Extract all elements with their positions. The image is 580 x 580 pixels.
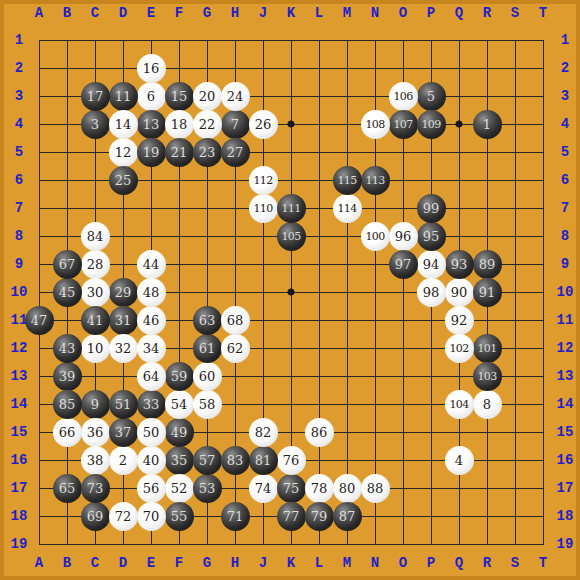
col-label-R: R — [473, 3, 501, 23]
move-number: 56 — [143, 482, 160, 495]
col-label-E: E — [137, 3, 165, 23]
stone-white-84-C8: 84 — [81, 222, 110, 251]
row-label-16: 16 — [552, 446, 578, 474]
move-number: 111 — [281, 203, 300, 214]
stone-black-81-J16: 81 — [249, 446, 278, 475]
stone-white-100-N8: 100 — [361, 222, 390, 251]
move-number: 115 — [337, 175, 356, 186]
move-number: 54 — [171, 398, 188, 411]
col-label-P: P — [417, 3, 445, 23]
stone-black-113-N6: 113 — [361, 166, 390, 195]
row-label-12: 12 — [552, 334, 578, 362]
move-number: 88 — [367, 482, 384, 495]
move-number: 30 — [87, 286, 104, 299]
row-label-17: 17 — [6, 474, 32, 502]
move-number: 12 — [115, 146, 132, 159]
stone-black-13-E4: 13 — [137, 110, 166, 139]
stone-white-24-H3: 24 — [221, 82, 250, 111]
move-number: 90 — [451, 286, 468, 299]
stone-white-110-J7: 110 — [249, 194, 278, 223]
move-number: 48 — [143, 286, 160, 299]
stone-white-6-E3: 6 — [137, 82, 166, 111]
row-label-14: 14 — [6, 390, 32, 418]
stone-black-99-P7: 99 — [417, 194, 446, 223]
stone-black-53-G17: 53 — [193, 474, 222, 503]
move-number: 84 — [87, 230, 104, 243]
row-label-9: 9 — [6, 250, 32, 278]
move-number: 64 — [143, 370, 160, 383]
col-label-B: B — [53, 552, 81, 574]
move-number: 82 — [255, 426, 272, 439]
move-number: 17 — [87, 90, 104, 103]
stone-white-68-H11: 68 — [221, 306, 250, 335]
col-label-S: S — [501, 552, 529, 574]
stone-white-44-E9: 44 — [137, 250, 166, 279]
stone-white-74-J17: 74 — [249, 474, 278, 503]
move-number: 107 — [393, 119, 412, 130]
move-number: 51 — [115, 398, 132, 411]
stone-white-88-N17: 88 — [361, 474, 390, 503]
col-label-H: H — [221, 552, 249, 574]
row-label-8: 8 — [552, 222, 578, 250]
left-coordinate-labels: 12345678910111213141516171819 — [6, 26, 32, 558]
row-label-19: 19 — [6, 530, 32, 558]
row-label-10: 10 — [6, 278, 32, 306]
stone-black-97-O9: 97 — [389, 250, 418, 279]
stone-black-43-B12: 43 — [53, 334, 82, 363]
row-label-3: 3 — [552, 82, 578, 110]
row-label-1: 1 — [6, 26, 32, 54]
stone-white-72-D18: 72 — [109, 502, 138, 531]
move-number: 37 — [115, 426, 132, 439]
stone-black-107-O4: 107 — [389, 110, 418, 139]
stone-white-80-M17: 80 — [333, 474, 362, 503]
move-number: 70 — [143, 510, 160, 523]
move-number: 92 — [451, 314, 468, 327]
move-number: 52 — [171, 482, 188, 495]
stone-white-40-E16: 40 — [137, 446, 166, 475]
row-label-16: 16 — [6, 446, 32, 474]
move-number: 35 — [171, 454, 188, 467]
move-number: 72 — [115, 510, 132, 523]
move-number: 97 — [395, 258, 412, 271]
stone-white-64-E13: 64 — [137, 362, 166, 391]
move-number: 46 — [143, 314, 160, 327]
stone-white-98-P10: 98 — [417, 278, 446, 307]
move-number: 66 — [59, 426, 76, 439]
col-label-D: D — [109, 3, 137, 23]
move-number: 10 — [87, 342, 104, 355]
move-number: 34 — [143, 342, 160, 355]
move-number: 20 — [199, 90, 216, 103]
bottom-coordinate-labels: ABCDEFGHJKLMNOPQRST — [25, 552, 557, 574]
stone-black-67-B9: 67 — [53, 250, 82, 279]
move-number: 39 — [59, 370, 76, 383]
stone-white-62-H12: 62 — [221, 334, 250, 363]
row-label-13: 13 — [6, 362, 32, 390]
move-number: 22 — [199, 118, 216, 131]
move-number: 80 — [339, 482, 356, 495]
move-number: 105 — [281, 231, 300, 242]
row-label-7: 7 — [552, 194, 578, 222]
move-number: 57 — [199, 454, 216, 467]
stone-white-76-K16: 76 — [277, 446, 306, 475]
stone-white-112-J6: 112 — [249, 166, 278, 195]
col-label-P: P — [417, 552, 445, 574]
move-number: 106 — [393, 91, 412, 102]
col-label-M: M — [333, 552, 361, 574]
stone-black-69-C18: 69 — [81, 502, 110, 531]
stone-black-21-F5: 21 — [165, 138, 194, 167]
col-label-E: E — [137, 552, 165, 574]
stone-white-92-Q11: 92 — [445, 306, 474, 335]
row-label-7: 7 — [6, 194, 32, 222]
stone-black-31-D11: 31 — [109, 306, 138, 335]
stone-black-101-R12: 101 — [473, 334, 502, 363]
stone-white-14-D4: 14 — [109, 110, 138, 139]
stone-black-103-R13: 103 — [473, 362, 502, 391]
row-label-14: 14 — [552, 390, 578, 418]
col-label-O: O — [389, 552, 417, 574]
move-number: 99 — [423, 202, 440, 215]
stone-black-95-P8: 95 — [417, 222, 446, 251]
move-number: 38 — [87, 454, 104, 467]
stone-white-36-C15: 36 — [81, 418, 110, 447]
stone-white-96-O8: 96 — [389, 222, 418, 251]
stone-white-86-L15: 86 — [305, 418, 334, 447]
stone-white-104-Q14: 104 — [445, 390, 474, 419]
stone-black-77-K18: 77 — [277, 502, 306, 531]
stone-black-27-H5: 27 — [221, 138, 250, 167]
move-number: 6 — [147, 90, 155, 103]
move-number: 44 — [143, 258, 160, 271]
move-number: 7 — [231, 118, 239, 131]
move-number: 50 — [143, 426, 160, 439]
col-label-Q: Q — [445, 552, 473, 574]
move-number: 96 — [395, 230, 412, 243]
row-label-10: 10 — [552, 278, 578, 306]
move-number: 45 — [59, 286, 76, 299]
stone-black-41-C11: 41 — [81, 306, 110, 335]
col-label-N: N — [361, 3, 389, 23]
stone-white-4-Q16: 4 — [445, 446, 474, 475]
stone-white-90-Q10: 90 — [445, 278, 474, 307]
move-number: 71 — [227, 510, 244, 523]
stone-black-25-D6: 25 — [109, 166, 138, 195]
row-label-15: 15 — [552, 418, 578, 446]
move-number: 58 — [199, 398, 216, 411]
row-label-12: 12 — [6, 334, 32, 362]
move-number: 100 — [365, 231, 384, 242]
move-number: 9 — [91, 398, 99, 411]
stone-white-30-C10: 30 — [81, 278, 110, 307]
col-label-K: K — [277, 552, 305, 574]
row-label-6: 6 — [6, 166, 32, 194]
stone-black-23-G5: 23 — [193, 138, 222, 167]
stone-white-70-E18: 70 — [137, 502, 166, 531]
move-number: 95 — [423, 230, 440, 243]
go-board-diagram: 1234567891011121314151617181920212223242… — [0, 0, 580, 580]
stone-white-8-R14: 8 — [473, 390, 502, 419]
stone-white-106-O3: 106 — [389, 82, 418, 111]
move-number: 26 — [255, 118, 272, 131]
right-coordinate-labels: 12345678910111213141516171819 — [552, 26, 578, 558]
stone-white-114-M7: 114 — [333, 194, 362, 223]
stone-white-22-G4: 22 — [193, 110, 222, 139]
stone-white-56-E17: 56 — [137, 474, 166, 503]
move-number: 14 — [115, 118, 132, 131]
stone-white-50-E15: 50 — [137, 418, 166, 447]
row-label-18: 18 — [552, 502, 578, 530]
stone-black-19-E5: 19 — [137, 138, 166, 167]
move-number: 110 — [253, 203, 272, 214]
row-label-8: 8 — [6, 222, 32, 250]
row-label-5: 5 — [6, 138, 32, 166]
move-number: 87 — [339, 510, 356, 523]
move-number: 89 — [479, 258, 496, 271]
row-label-11: 11 — [552, 306, 578, 334]
col-label-M: M — [333, 3, 361, 23]
stone-white-54-F14: 54 — [165, 390, 194, 419]
stone-white-20-G3: 20 — [193, 82, 222, 111]
stone-white-102-Q12: 102 — [445, 334, 474, 363]
col-label-C: C — [81, 552, 109, 574]
move-number: 103 — [477, 371, 496, 382]
move-number: 27 — [227, 146, 244, 159]
row-label-2: 2 — [552, 54, 578, 82]
stone-white-82-J15: 82 — [249, 418, 278, 447]
stone-black-3-C4: 3 — [81, 110, 110, 139]
stone-black-57-G16: 57 — [193, 446, 222, 475]
stone-black-1-R4: 1 — [473, 110, 502, 139]
move-number: 29 — [115, 286, 132, 299]
stone-white-48-E10: 48 — [137, 278, 166, 307]
move-number: 13 — [143, 118, 160, 131]
move-number: 41 — [87, 314, 104, 327]
stone-black-39-B13: 39 — [53, 362, 82, 391]
col-label-C: C — [81, 3, 109, 23]
row-label-18: 18 — [6, 502, 32, 530]
move-number: 108 — [365, 119, 384, 130]
move-number: 98 — [423, 286, 440, 299]
move-number: 63 — [199, 314, 216, 327]
stone-white-16-E2: 16 — [137, 54, 166, 83]
star-point-K10 — [277, 278, 305, 306]
stone-black-111-K7: 111 — [277, 194, 306, 223]
col-label-J: J — [249, 552, 277, 574]
top-coordinate-labels: ABCDEFGHJKLMNOPQRST — [25, 3, 557, 23]
move-number: 19 — [143, 146, 160, 159]
col-label-R: R — [473, 552, 501, 574]
stone-white-46-E11: 46 — [137, 306, 166, 335]
move-number: 91 — [479, 286, 496, 299]
stone-white-34-E12: 34 — [137, 334, 166, 363]
stone-black-15-F3: 15 — [165, 82, 194, 111]
move-number: 5 — [427, 90, 435, 103]
move-number: 75 — [283, 482, 300, 495]
stone-black-7-H4: 7 — [221, 110, 250, 139]
stone-white-10-C12: 10 — [81, 334, 110, 363]
move-number: 15 — [171, 90, 188, 103]
move-number: 85 — [59, 398, 76, 411]
move-number: 11 — [115, 90, 132, 103]
stone-white-28-C9: 28 — [81, 250, 110, 279]
move-number: 18 — [171, 118, 188, 131]
row-label-1: 1 — [552, 26, 578, 54]
move-number: 4 — [455, 454, 463, 467]
stone-black-49-F15: 49 — [165, 418, 194, 447]
stone-black-63-G11: 63 — [193, 306, 222, 335]
col-label-G: G — [193, 3, 221, 23]
row-label-9: 9 — [552, 250, 578, 278]
move-number: 16 — [143, 62, 160, 75]
stone-white-78-L17: 78 — [305, 474, 334, 503]
col-label-O: O — [389, 3, 417, 23]
move-number: 62 — [227, 342, 244, 355]
move-number: 47 — [31, 314, 48, 327]
stone-black-89-R9: 89 — [473, 250, 502, 279]
move-number: 28 — [87, 258, 104, 271]
col-label-Q: Q — [445, 3, 473, 23]
stone-black-91-R10: 91 — [473, 278, 502, 307]
move-number: 112 — [253, 175, 272, 186]
move-number: 86 — [311, 426, 328, 439]
move-number: 73 — [87, 482, 104, 495]
move-number: 53 — [199, 482, 216, 495]
col-label-L: L — [305, 3, 333, 23]
move-number: 77 — [283, 510, 300, 523]
move-number: 83 — [227, 454, 244, 467]
col-label-D: D — [109, 552, 137, 574]
stone-black-87-M18: 87 — [333, 502, 362, 531]
stone-black-37-D15: 37 — [109, 418, 138, 447]
stone-black-33-E14: 33 — [137, 390, 166, 419]
move-number: 93 — [451, 258, 468, 271]
col-label-J: J — [249, 3, 277, 23]
row-label-4: 4 — [552, 110, 578, 138]
move-number: 65 — [59, 482, 76, 495]
stone-white-52-F17: 52 — [165, 474, 194, 503]
move-number: 8 — [483, 398, 491, 411]
move-number: 81 — [255, 454, 272, 467]
stone-black-105-K8: 105 — [277, 222, 306, 251]
col-label-B: B — [53, 3, 81, 23]
stone-black-45-B10: 45 — [53, 278, 82, 307]
move-number: 32 — [115, 342, 132, 355]
move-number: 25 — [115, 174, 132, 187]
stone-black-79-L18: 79 — [305, 502, 334, 531]
move-number: 109 — [421, 119, 440, 130]
move-number: 74 — [255, 482, 272, 495]
stone-black-59-F13: 59 — [165, 362, 194, 391]
stone-black-65-B17: 65 — [53, 474, 82, 503]
move-number: 94 — [423, 258, 440, 271]
stone-black-5-P3: 5 — [417, 82, 446, 111]
move-number: 40 — [143, 454, 160, 467]
stone-white-66-B15: 66 — [53, 418, 82, 447]
stone-white-60-G13: 60 — [193, 362, 222, 391]
row-label-17: 17 — [552, 474, 578, 502]
star-point-Q4 — [445, 110, 473, 138]
stone-black-75-K17: 75 — [277, 474, 306, 503]
col-label-F: F — [165, 3, 193, 23]
col-label-T: T — [529, 3, 557, 23]
move-number: 24 — [227, 90, 244, 103]
stone-black-29-D10: 29 — [109, 278, 138, 307]
row-label-6: 6 — [552, 166, 578, 194]
stone-white-2-D16: 2 — [109, 446, 138, 475]
col-label-S: S — [501, 3, 529, 23]
move-number: 68 — [227, 314, 244, 327]
board-grid[interactable]: 1234567891011121314151617181920212223242… — [25, 26, 557, 558]
star-point-K4 — [277, 110, 305, 138]
stone-black-85-B14: 85 — [53, 390, 82, 419]
move-number: 59 — [171, 370, 188, 383]
move-number: 2 — [119, 454, 127, 467]
stone-white-12-D5: 12 — [109, 138, 138, 167]
stone-white-38-C16: 38 — [81, 446, 110, 475]
move-number: 21 — [171, 146, 188, 159]
move-number: 43 — [59, 342, 76, 355]
move-number: 113 — [365, 175, 384, 186]
move-number: 33 — [143, 398, 160, 411]
stone-white-94-P9: 94 — [417, 250, 446, 279]
row-label-13: 13 — [552, 362, 578, 390]
move-number: 49 — [171, 426, 188, 439]
stone-black-55-F18: 55 — [165, 502, 194, 531]
move-number: 67 — [59, 258, 76, 271]
col-label-K: K — [277, 3, 305, 23]
move-number: 114 — [337, 203, 356, 214]
col-label-L: L — [305, 552, 333, 574]
row-label-19: 19 — [552, 530, 578, 558]
col-label-G: G — [193, 552, 221, 574]
stone-black-115-M6: 115 — [333, 166, 362, 195]
stone-black-83-H16: 83 — [221, 446, 250, 475]
col-label-F: F — [165, 552, 193, 574]
move-number: 79 — [311, 510, 328, 523]
stone-black-93-Q9: 93 — [445, 250, 474, 279]
move-number: 104 — [449, 399, 468, 410]
stone-black-51-D14: 51 — [109, 390, 138, 419]
stone-white-26-J4: 26 — [249, 110, 278, 139]
col-label-N: N — [361, 552, 389, 574]
move-number: 69 — [87, 510, 104, 523]
move-number: 36 — [87, 426, 104, 439]
move-number: 3 — [91, 118, 99, 131]
row-label-11: 11 — [6, 306, 32, 334]
row-label-5: 5 — [552, 138, 578, 166]
stone-black-11-D3: 11 — [109, 82, 138, 111]
move-number: 60 — [199, 370, 216, 383]
move-number: 23 — [199, 146, 216, 159]
stone-black-9-C14: 9 — [81, 390, 110, 419]
move-number: 78 — [311, 482, 328, 495]
move-number: 55 — [171, 510, 188, 523]
move-number: 76 — [283, 454, 300, 467]
stone-black-73-C17: 73 — [81, 474, 110, 503]
row-label-2: 2 — [6, 54, 32, 82]
col-label-H: H — [221, 3, 249, 23]
move-number: 102 — [449, 343, 468, 354]
move-number: 101 — [477, 343, 496, 354]
stone-white-108-N4: 108 — [361, 110, 390, 139]
move-number: 61 — [199, 342, 216, 355]
stone-black-17-C3: 17 — [81, 82, 110, 111]
move-number: 1 — [483, 118, 491, 131]
row-label-3: 3 — [6, 82, 32, 110]
stone-black-35-F16: 35 — [165, 446, 194, 475]
